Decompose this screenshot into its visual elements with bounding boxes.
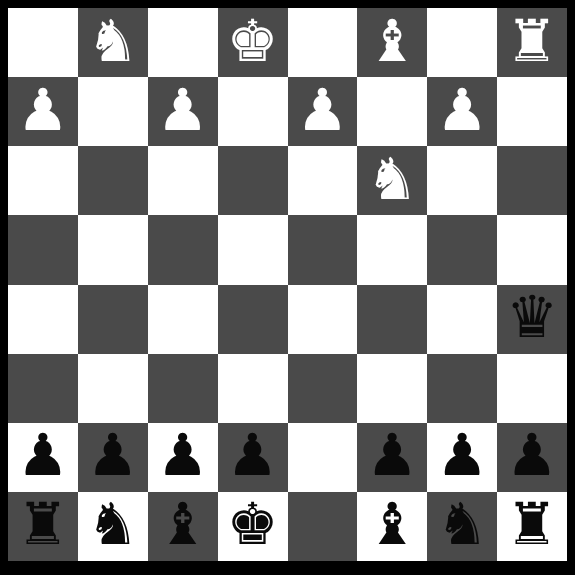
square-a2[interactable]	[497, 77, 567, 146]
piece-white-rook[interactable]: ♜	[506, 12, 558, 70]
square-d5[interactable]	[288, 285, 358, 354]
square-b4[interactable]	[427, 215, 497, 284]
square-b1[interactable]	[427, 8, 497, 77]
piece-black-pawn[interactable]: ♟	[227, 426, 279, 484]
square-a3[interactable]	[497, 146, 567, 215]
square-g1[interactable]: ♞	[78, 8, 148, 77]
square-a6[interactable]	[497, 354, 567, 423]
piece-black-rook[interactable]: ♜	[17, 495, 69, 553]
square-c2[interactable]	[357, 77, 427, 146]
piece-white-bishop[interactable]: ♝	[366, 12, 418, 70]
piece-white-king[interactable]: ♚	[227, 12, 279, 70]
square-a5[interactable]: ♛	[497, 285, 567, 354]
piece-black-knight[interactable]: ♞	[87, 495, 139, 553]
square-e1[interactable]: ♚	[218, 8, 288, 77]
square-f6[interactable]	[148, 354, 218, 423]
square-a4[interactable]	[497, 215, 567, 284]
square-c5[interactable]	[357, 285, 427, 354]
square-h5[interactable]	[8, 285, 78, 354]
piece-black-pawn[interactable]: ♟	[87, 426, 139, 484]
piece-white-pawn[interactable]: ♟	[296, 81, 348, 139]
square-c8[interactable]: ♝	[357, 492, 427, 561]
piece-white-knight[interactable]: ♞	[366, 150, 418, 208]
square-h4[interactable]	[8, 215, 78, 284]
square-e4[interactable]	[218, 215, 288, 284]
square-h6[interactable]	[8, 354, 78, 423]
square-c3[interactable]: ♞	[357, 146, 427, 215]
square-e6[interactable]	[218, 354, 288, 423]
square-f7[interactable]: ♟	[148, 423, 218, 492]
square-c7[interactable]: ♟	[357, 423, 427, 492]
piece-black-pawn[interactable]: ♟	[366, 426, 418, 484]
square-c4[interactable]	[357, 215, 427, 284]
square-a7[interactable]: ♟	[497, 423, 567, 492]
piece-black-pawn[interactable]: ♟	[17, 426, 69, 484]
square-f3[interactable]	[148, 146, 218, 215]
piece-white-pawn[interactable]: ♟	[17, 81, 69, 139]
square-f8[interactable]: ♝	[148, 492, 218, 561]
piece-white-knight[interactable]: ♞	[87, 12, 139, 70]
board-frame: ♞♚♝♜♟♟♟♟♞♛♟♟♟♟♟♟♟♜♞♝♚♝♞♜	[0, 0, 575, 575]
square-f5[interactable]	[148, 285, 218, 354]
square-e3[interactable]	[218, 146, 288, 215]
square-e2[interactable]	[218, 77, 288, 146]
square-c1[interactable]: ♝	[357, 8, 427, 77]
square-g8[interactable]: ♞	[78, 492, 148, 561]
square-b2[interactable]: ♟	[427, 77, 497, 146]
square-b3[interactable]	[427, 146, 497, 215]
square-f4[interactable]	[148, 215, 218, 284]
square-a1[interactable]: ♜	[497, 8, 567, 77]
square-d4[interactable]	[288, 215, 358, 284]
square-f2[interactable]: ♟	[148, 77, 218, 146]
piece-black-rook[interactable]: ♜	[506, 495, 558, 553]
square-e8[interactable]: ♚	[218, 492, 288, 561]
square-g4[interactable]	[78, 215, 148, 284]
square-b6[interactable]	[427, 354, 497, 423]
piece-black-pawn[interactable]: ♟	[436, 426, 488, 484]
piece-black-pawn[interactable]: ♟	[157, 426, 209, 484]
square-c6[interactable]	[357, 354, 427, 423]
square-e7[interactable]: ♟	[218, 423, 288, 492]
square-h8[interactable]: ♜	[8, 492, 78, 561]
piece-white-pawn[interactable]: ♟	[157, 81, 209, 139]
piece-white-pawn[interactable]: ♟	[436, 81, 488, 139]
square-h7[interactable]: ♟	[8, 423, 78, 492]
piece-black-knight[interactable]: ♞	[436, 495, 488, 553]
piece-black-queen[interactable]: ♛	[506, 288, 558, 346]
square-h2[interactable]: ♟	[8, 77, 78, 146]
square-d8[interactable]	[288, 492, 358, 561]
chess-screenshot: { "game": "chess", "position": { "fen": …	[0, 0, 575, 575]
square-h3[interactable]	[8, 146, 78, 215]
square-d1[interactable]	[288, 8, 358, 77]
square-b5[interactable]	[427, 285, 497, 354]
square-b8[interactable]: ♞	[427, 492, 497, 561]
piece-black-bishop[interactable]: ♝	[366, 495, 418, 553]
square-d7[interactable]	[288, 423, 358, 492]
piece-black-bishop[interactable]: ♝	[157, 495, 209, 553]
square-h1[interactable]	[8, 8, 78, 77]
square-g5[interactable]	[78, 285, 148, 354]
square-g6[interactable]	[78, 354, 148, 423]
square-b7[interactable]: ♟	[427, 423, 497, 492]
square-g7[interactable]: ♟	[78, 423, 148, 492]
piece-black-king[interactable]: ♚	[227, 495, 279, 553]
square-f1[interactable]	[148, 8, 218, 77]
square-d2[interactable]: ♟	[288, 77, 358, 146]
square-d3[interactable]	[288, 146, 358, 215]
square-g3[interactable]	[78, 146, 148, 215]
square-e5[interactable]	[218, 285, 288, 354]
chess-board: ♞♚♝♜♟♟♟♟♞♛♟♟♟♟♟♟♟♜♞♝♚♝♞♜	[8, 8, 567, 561]
piece-black-pawn[interactable]: ♟	[506, 426, 558, 484]
square-g2[interactable]	[78, 77, 148, 146]
square-d6[interactable]	[288, 354, 358, 423]
square-a8[interactable]: ♜	[497, 492, 567, 561]
